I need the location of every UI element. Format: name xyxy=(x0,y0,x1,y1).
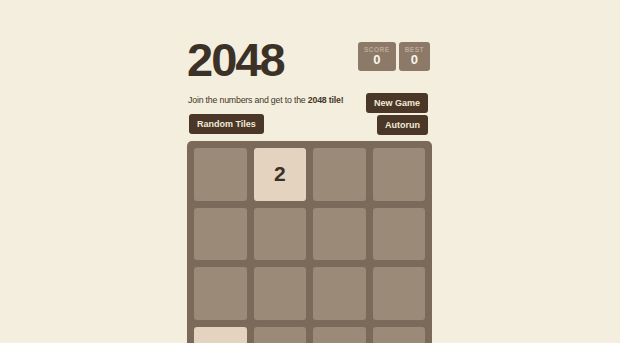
empty-cell xyxy=(194,208,247,261)
empty-cell xyxy=(373,267,426,320)
empty-cell xyxy=(373,208,426,261)
random-tiles-button[interactable]: Random Tiles xyxy=(189,114,264,134)
empty-cell xyxy=(254,208,307,261)
empty-cell xyxy=(194,148,247,201)
best-box: BEST 0 xyxy=(399,42,430,71)
tile-2: 2 xyxy=(254,148,307,201)
empty-cell xyxy=(313,208,366,261)
empty-cell xyxy=(373,148,426,201)
subtitle: Join the numbers and get to the 2048 til… xyxy=(188,95,343,105)
score-box: SCORE 0 xyxy=(358,42,396,71)
new-game-button[interactable]: New Game xyxy=(366,93,428,113)
scoreboard: SCORE 0 BEST 0 xyxy=(358,42,430,71)
empty-cell xyxy=(313,327,366,343)
autorun-button[interactable]: Autorun xyxy=(377,115,428,135)
subtitle-text: Join the numbers and get to the xyxy=(188,95,308,105)
best-value: 0 xyxy=(405,53,424,68)
game-container: 2048 SCORE 0 BEST 0 Join the numbers and… xyxy=(187,0,432,343)
board-grid: 22 xyxy=(187,141,432,343)
tile-2: 2 xyxy=(194,327,247,343)
empty-cell xyxy=(313,267,366,320)
subtitle-goal: 2048 tile! xyxy=(308,95,344,105)
empty-cell xyxy=(254,327,307,343)
empty-cell xyxy=(254,267,307,320)
page-title: 2048 xyxy=(187,36,284,83)
empty-cell xyxy=(194,267,247,320)
empty-cell xyxy=(313,148,366,201)
score-value: 0 xyxy=(364,53,390,68)
empty-cell xyxy=(373,327,426,343)
